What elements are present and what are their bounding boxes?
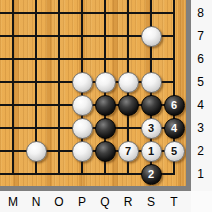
row-label-8: 8 [192,5,209,21]
stone-p4[interactable] [72,95,93,116]
stone-r5[interactable] [118,72,139,93]
move-number-label: 7 [125,146,131,157]
stone-t4[interactable]: 6 [164,95,185,116]
row-label-7: 7 [192,28,209,44]
grid-line-col-O [58,0,60,175]
stone-s7[interactable] [141,26,162,47]
col-label-N: N [27,194,45,210]
move-number-label: 4 [171,123,177,134]
row-label-4: 4 [192,97,209,113]
stone-s1[interactable]: 2 [141,164,162,185]
move-number-label: 5 [171,146,177,157]
stone-s3[interactable]: 3 [141,118,162,139]
stone-t2[interactable]: 5 [164,141,185,162]
column-labels: MNOPQRST [0,191,191,212]
row-label-2: 2 [192,143,209,159]
col-label-R: R [119,194,137,210]
stone-p2[interactable] [72,141,93,162]
stone-s5[interactable] [141,72,162,93]
col-label-O: O [50,194,68,210]
stone-p5[interactable] [72,72,93,93]
col-label-P: P [73,194,91,210]
col-label-Q: Q [96,194,114,210]
stone-q2[interactable] [95,141,116,162]
stone-n2[interactable] [26,141,47,162]
grid-line-row-6 [0,58,175,60]
move-number-label: 6 [171,100,177,111]
go-board[interactable]: 6347152 [0,0,186,186]
move-number-label: 3 [148,123,154,134]
row-labels: 87654321 [191,0,212,191]
stone-q5[interactable] [95,72,116,93]
stone-q4[interactable] [95,95,116,116]
col-label-T: T [165,194,183,210]
stone-p3[interactable] [72,118,93,139]
col-label-M: M [4,194,22,210]
row-label-5: 5 [192,74,209,90]
row-label-3: 3 [192,120,209,136]
col-label-S: S [142,194,160,210]
move-number-label: 1 [148,146,154,157]
row-label-1: 1 [192,166,209,182]
grid-line-col-M [12,0,14,175]
stone-t3[interactable]: 4 [164,118,185,139]
stone-r2[interactable]: 7 [118,141,139,162]
stone-s2[interactable]: 1 [141,141,162,162]
grid-line-row-8 [0,12,175,14]
move-number-label: 2 [148,169,154,180]
stone-q3[interactable] [95,118,116,139]
stone-r4[interactable] [118,95,139,116]
stone-s4[interactable] [141,95,162,116]
label-strip-corner [191,191,212,212]
go-diagram: 6347152 MNOPQRST 87654321 [0,0,212,212]
row-label-6: 6 [192,51,209,67]
